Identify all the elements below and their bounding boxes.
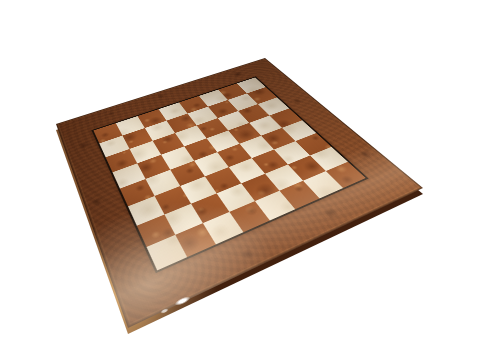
playing-area <box>91 76 368 273</box>
scene <box>0 0 480 360</box>
